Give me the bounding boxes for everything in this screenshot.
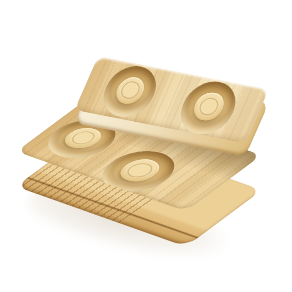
- product-photo-scene: [0, 0, 292, 292]
- leaning-board-pit-left: [95, 62, 165, 121]
- pit-boss-ring: [119, 80, 143, 100]
- leaning-board-pit-right: [172, 77, 244, 139]
- pit-center-boss: [58, 125, 108, 152]
- pit-center-boss: [190, 90, 228, 122]
- pit-boss-ring: [197, 96, 222, 117]
- pit-center-boss: [112, 75, 148, 106]
- pit-center-boss: [113, 156, 166, 185]
- pit-boss-ring: [122, 161, 157, 180]
- pit-boss-ring: [67, 129, 100, 147]
